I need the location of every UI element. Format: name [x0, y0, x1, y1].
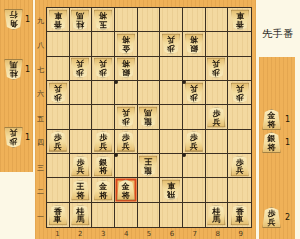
hand-count-sente-桂馬: 1	[25, 65, 33, 74]
board-square-1五[interactable]	[47, 105, 70, 129]
shogi-board-grid: 香車桂馬玉将香車金将歩兵銀将歩兵歩兵銀将歩兵歩兵歩兵歩兵歩兵龍馬歩兵歩兵歩兵歩兵…	[46, 7, 252, 228]
board-square-7三[interactable]	[183, 154, 206, 178]
board-square-2一[interactable]: 桂馬	[70, 203, 93, 227]
board-square-8七[interactable]: 歩兵	[206, 57, 229, 81]
piece-sente-歩兵[interactable]: 歩兵	[48, 82, 67, 103]
hand-piece-sente-歩兵[interactable]: 歩兵	[4, 127, 23, 148]
board-square-8三[interactable]	[206, 154, 229, 178]
piece-gote-銀将[interactable]: 銀将	[94, 155, 113, 176]
board-square-6一[interactable]	[160, 203, 183, 227]
piece-gote-銀将[interactable]: 銀将	[262, 132, 281, 153]
board-square-5三[interactable]: 龍王	[138, 154, 161, 178]
board-square-7一[interactable]	[183, 203, 206, 227]
board-square-2九[interactable]: 桂馬	[70, 8, 93, 32]
piece-sente-桂馬[interactable]: 桂馬	[4, 59, 23, 80]
piece-sente-角行[interactable]: 角行	[4, 9, 23, 30]
board-square-5九[interactable]	[138, 8, 161, 32]
board-square-3九[interactable]: 玉将	[92, 8, 115, 32]
board-square-2七[interactable]: 歩兵	[70, 57, 93, 81]
piece-gote-歩兵[interactable]: 歩兵	[230, 155, 249, 176]
board-square-8五[interactable]: 歩兵	[206, 105, 229, 129]
piece-sente-歩兵[interactable]: 歩兵	[184, 82, 203, 103]
board-square-9四[interactable]	[228, 130, 251, 154]
board-square-3一[interactable]	[92, 203, 115, 227]
piece-sente-香車[interactable]: 香車	[48, 9, 67, 30]
board-square-4九[interactable]	[115, 8, 138, 32]
piece-sente-歩兵[interactable]: 歩兵	[94, 58, 113, 79]
board-square-9三[interactable]: 歩兵	[228, 154, 251, 178]
board-square-4四[interactable]: 歩兵	[115, 130, 138, 154]
board-square-6四[interactable]	[160, 130, 183, 154]
board-square-8九[interactable]	[206, 8, 229, 32]
piece-sente-銀将[interactable]: 銀将	[116, 58, 135, 79]
board-square-5二[interactable]	[138, 178, 161, 202]
piece-sente-桂馬[interactable]: 桂馬	[71, 9, 90, 30]
board-square-1四[interactable]: 歩兵	[47, 130, 70, 154]
piece-gote-歩兵[interactable]: 歩兵	[71, 155, 90, 176]
piece-gote-金将[interactable]: 金将	[94, 179, 113, 200]
board-square-6三[interactable]	[160, 154, 183, 178]
board-square-4六[interactable]	[115, 81, 138, 105]
piece-gote-金将[interactable]: 金将	[116, 179, 135, 200]
board-square-2二[interactable]: 王将	[70, 178, 93, 202]
board-square-6五[interactable]	[160, 105, 183, 129]
board-square-5四[interactable]	[138, 130, 161, 154]
piece-gote-歩兵[interactable]: 歩兵	[184, 131, 203, 152]
rank-label-四: 四	[35, 138, 46, 148]
board-square-3六[interactable]	[92, 81, 115, 105]
board-square-9五[interactable]	[228, 105, 251, 129]
piece-sente-金将[interactable]: 金将	[116, 33, 135, 54]
hand-piece-gote-銀将[interactable]: 銀将	[262, 132, 281, 153]
board-square-3五[interactable]	[92, 105, 115, 129]
piece-sente-歩兵[interactable]: 歩兵	[4, 127, 23, 148]
board-square-7八[interactable]: 銀将	[183, 32, 206, 56]
board-square-8六[interactable]	[206, 81, 229, 105]
board-square-4八[interactable]: 金将	[115, 32, 138, 56]
board-square-1九[interactable]: 香車	[47, 8, 70, 32]
shogi-board-panel: 香車桂馬玉将香車金将歩兵銀将歩兵歩兵銀将歩兵歩兵歩兵歩兵歩兵龍馬歩兵歩兵歩兵歩兵…	[35, 0, 256, 239]
board-square-8四[interactable]	[206, 130, 229, 154]
board-square-9二[interactable]	[228, 178, 251, 202]
board-square-5一[interactable]	[138, 203, 161, 227]
rank-label-七: 七	[35, 65, 46, 75]
rank-label-三: 三	[35, 163, 46, 173]
sente-hand-tray: 角行1桂馬1歩兵1	[0, 0, 33, 172]
board-square-4一[interactable]	[115, 203, 138, 227]
piece-gote-香車[interactable]: 香車	[230, 204, 249, 225]
rank-label-九: 九	[35, 16, 46, 26]
board-square-2四[interactable]	[70, 130, 93, 154]
piece-sente-歩兵[interactable]: 歩兵	[207, 58, 226, 79]
rank-label-二: 二	[35, 187, 46, 197]
board-square-1六[interactable]: 歩兵	[47, 81, 70, 105]
board-square-9一[interactable]: 香車	[228, 203, 251, 227]
rank-label-八: 八	[35, 40, 46, 50]
board-square-6七[interactable]	[160, 57, 183, 81]
board-square-7九[interactable]	[183, 8, 206, 32]
piece-gote-王将[interactable]: 王将	[71, 179, 90, 200]
board-square-5五[interactable]: 龍馬	[138, 105, 161, 129]
file-label-1: 1	[46, 230, 69, 238]
board-square-8二[interactable]	[206, 178, 229, 202]
file-label-4: 4	[115, 230, 138, 238]
board-square-4七[interactable]: 銀将	[115, 57, 138, 81]
piece-sente-歩兵[interactable]: 歩兵	[116, 106, 135, 127]
piece-gote-歩兵[interactable]: 歩兵	[48, 131, 67, 152]
board-square-6六[interactable]	[160, 81, 183, 105]
board-square-3二[interactable]: 金将	[92, 178, 115, 202]
board-square-3三[interactable]: 銀将	[92, 154, 115, 178]
file-label-8: 8	[206, 230, 229, 238]
board-square-8八[interactable]	[206, 32, 229, 56]
piece-gote-香車[interactable]: 香車	[48, 204, 67, 225]
piece-gote-桂馬[interactable]: 桂馬	[71, 204, 90, 225]
board-square-9九[interactable]: 香車	[228, 8, 251, 32]
board-square-7六[interactable]: 歩兵	[183, 81, 206, 105]
board-square-6九[interactable]	[160, 8, 183, 32]
piece-sente-歩兵[interactable]: 歩兵	[71, 58, 90, 79]
board-square-1一[interactable]: 香車	[47, 203, 70, 227]
piece-sente-龍王[interactable]: 龍王	[139, 155, 158, 176]
shogi-app: 角行1桂馬1歩兵1 香車桂馬玉将香車金将歩兵銀将歩兵歩兵銀将歩兵歩兵歩兵歩兵歩兵…	[0, 0, 300, 239]
piece-sente-銀将[interactable]: 銀将	[184, 33, 203, 54]
hand-piece-gote-金将[interactable]: 金将	[262, 109, 281, 130]
hand-count-sente-歩兵: 1	[25, 133, 33, 142]
file-label-3: 3	[92, 230, 115, 238]
board-square-1二[interactable]	[47, 178, 70, 202]
turn-indicator: 先手番	[256, 27, 300, 41]
piece-sente-龍馬[interactable]: 龍馬	[139, 106, 158, 127]
board-square-8一[interactable]: 桂馬	[206, 203, 229, 227]
piece-gote-歩兵[interactable]: 歩兵	[262, 207, 281, 228]
hand-count-gote-金将: 1	[285, 115, 293, 124]
file-label-9: 9	[229, 230, 252, 238]
board-square-9六[interactable]: 歩兵	[228, 81, 251, 105]
board-square-1七[interactable]	[47, 57, 70, 81]
board-square-2五[interactable]	[70, 105, 93, 129]
file-label-6: 6	[161, 230, 184, 238]
board-square-2八[interactable]	[70, 32, 93, 56]
board-square-9七[interactable]	[228, 57, 251, 81]
rank-label-六: 六	[35, 89, 46, 99]
board-square-5八[interactable]	[138, 32, 161, 56]
board-square-2三[interactable]: 歩兵	[70, 154, 93, 178]
piece-sente-香車[interactable]: 香車	[230, 9, 249, 30]
board-square-7五[interactable]	[183, 105, 206, 129]
board-square-1三[interactable]	[47, 154, 70, 178]
hand-piece-sente-桂馬[interactable]: 桂馬	[4, 59, 23, 80]
board-square-2六[interactable]	[70, 81, 93, 105]
board-square-3七[interactable]: 歩兵	[92, 57, 115, 81]
board-square-6八[interactable]: 歩兵	[160, 32, 183, 56]
hand-count-gote-歩兵: 2	[285, 213, 293, 222]
board-square-6二[interactable]: 飛車	[160, 178, 183, 202]
board-square-4三[interactable]	[115, 154, 138, 178]
piece-sente-飛車[interactable]: 飛車	[162, 179, 181, 200]
board-square-1八[interactable]	[47, 32, 70, 56]
file-label-2: 2	[69, 230, 92, 238]
board-square-4二[interactable]: 金将	[115, 178, 138, 202]
board-square-5六[interactable]	[138, 81, 161, 105]
board-square-3四[interactable]: 歩兵	[92, 130, 115, 154]
file-label-5: 5	[138, 230, 161, 238]
piece-gote-桂馬[interactable]: 桂馬	[207, 204, 226, 225]
piece-gote-歩兵[interactable]: 歩兵	[207, 106, 226, 127]
file-label-7: 7	[183, 230, 206, 238]
piece-gote-歩兵[interactable]: 歩兵	[94, 131, 113, 152]
board-square-9八[interactable]	[228, 32, 251, 56]
board-square-5七[interactable]	[138, 57, 161, 81]
board-square-7二[interactable]	[183, 178, 206, 202]
piece-sente-玉将[interactable]: 玉将	[94, 9, 113, 30]
hoshi-dot	[114, 80, 118, 84]
board-square-4五[interactable]: 歩兵	[115, 105, 138, 129]
board-square-3八[interactable]	[92, 32, 115, 56]
rank-label-一: 一	[35, 212, 46, 222]
piece-gote-歩兵[interactable]: 歩兵	[116, 131, 135, 152]
gote-hand-tray: 金将1銀将1歩兵2	[259, 57, 295, 239]
hand-count-sente-角行: 1	[25, 15, 33, 24]
piece-gote-金将[interactable]: 金将	[262, 109, 281, 130]
board-square-7四[interactable]: 歩兵	[183, 130, 206, 154]
hand-piece-sente-角行[interactable]: 角行	[4, 9, 23, 30]
board-square-7七[interactable]	[183, 57, 206, 81]
piece-sente-歩兵[interactable]: 歩兵	[162, 33, 181, 54]
hand-piece-gote-歩兵[interactable]: 歩兵	[262, 207, 281, 228]
piece-sente-歩兵[interactable]: 歩兵	[230, 82, 249, 103]
rank-label-五: 五	[35, 114, 46, 124]
hand-count-gote-銀将: 1	[285, 138, 293, 147]
